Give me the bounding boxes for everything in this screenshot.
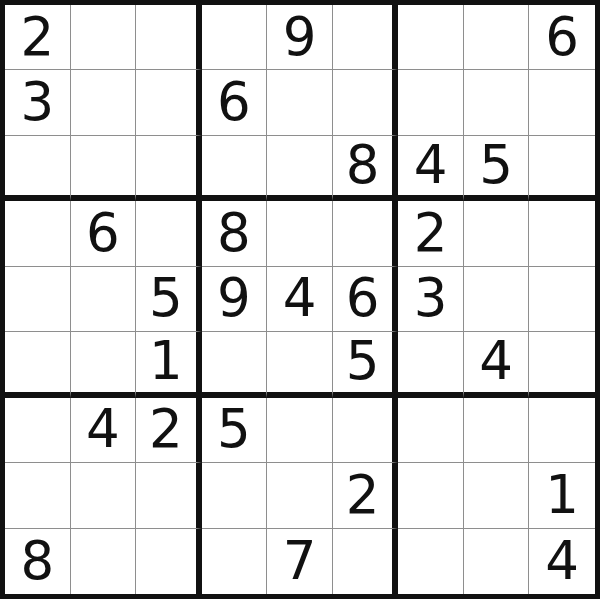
cell-r6c3[interactable]: 1 (136, 332, 202, 397)
given-digit: 2 (20, 10, 54, 63)
cell-r2c6[interactable] (333, 70, 399, 135)
given-digit: 4 (86, 402, 120, 455)
given-digit: 8 (20, 534, 54, 587)
cell-r6c2[interactable] (71, 332, 137, 397)
cell-r7c6[interactable] (333, 398, 399, 463)
given-digit: 9 (217, 271, 251, 324)
cell-r4c8[interactable] (464, 201, 530, 266)
cell-r8c1[interactable] (5, 463, 71, 528)
cell-r4c3[interactable] (136, 201, 202, 266)
cell-r7c8[interactable] (464, 398, 530, 463)
cell-r6c1[interactable] (5, 332, 71, 397)
cell-r9c8[interactable] (464, 529, 530, 594)
cell-r3c7[interactable]: 4 (398, 136, 464, 201)
cell-r9c1[interactable]: 8 (5, 529, 71, 594)
cell-r5c4[interactable]: 9 (202, 267, 268, 332)
given-digit: 3 (414, 271, 448, 324)
cell-r9c4[interactable] (202, 529, 268, 594)
cell-r6c8[interactable]: 4 (464, 332, 530, 397)
given-digit: 3 (20, 75, 54, 128)
cell-r7c2[interactable]: 4 (71, 398, 137, 463)
cell-r3c5[interactable] (267, 136, 333, 201)
given-digit: 6 (217, 75, 251, 128)
given-digit: 4 (414, 138, 448, 191)
given-digit: 1 (545, 468, 579, 521)
cell-r9c9[interactable]: 4 (529, 529, 595, 594)
cell-r9c2[interactable] (71, 529, 137, 594)
cell-r3c4[interactable] (202, 136, 268, 201)
cell-r2c7[interactable] (398, 70, 464, 135)
cell-r7c9[interactable] (529, 398, 595, 463)
cell-r2c9[interactable] (529, 70, 595, 135)
cell-r4c6[interactable] (333, 201, 399, 266)
cell-r5c8[interactable] (464, 267, 530, 332)
given-digit: 4 (479, 334, 513, 387)
cell-r5c9[interactable] (529, 267, 595, 332)
cell-r5c6[interactable]: 6 (333, 267, 399, 332)
cell-r6c6[interactable]: 5 (333, 332, 399, 397)
cell-r6c4[interactable] (202, 332, 268, 397)
cell-r6c5[interactable] (267, 332, 333, 397)
cell-r7c4[interactable]: 5 (202, 398, 268, 463)
cell-r2c8[interactable] (464, 70, 530, 135)
cell-r1c1[interactable]: 2 (5, 5, 71, 70)
cell-r5c7[interactable]: 3 (398, 267, 464, 332)
cell-r4c5[interactable] (267, 201, 333, 266)
cell-r4c7[interactable]: 2 (398, 201, 464, 266)
cell-r3c9[interactable] (529, 136, 595, 201)
cell-r5c3[interactable]: 5 (136, 267, 202, 332)
given-digit: 6 (545, 10, 579, 63)
cell-r2c5[interactable] (267, 70, 333, 135)
given-digit: 2 (414, 206, 448, 259)
cell-r1c2[interactable] (71, 5, 137, 70)
cell-r3c6[interactable]: 8 (333, 136, 399, 201)
given-digit: 2 (149, 402, 183, 455)
given-digit: 6 (86, 206, 120, 259)
given-digit: 9 (283, 10, 317, 63)
cell-r2c2[interactable] (71, 70, 137, 135)
cell-r4c4[interactable]: 8 (202, 201, 268, 266)
cell-r8c2[interactable] (71, 463, 137, 528)
cell-r8c6[interactable]: 2 (333, 463, 399, 528)
cell-r4c9[interactable] (529, 201, 595, 266)
cell-r6c7[interactable] (398, 332, 464, 397)
cell-r1c5[interactable]: 9 (267, 5, 333, 70)
cell-r8c3[interactable] (136, 463, 202, 528)
given-digit: 5 (217, 402, 251, 455)
given-digit: 6 (346, 271, 380, 324)
cell-r3c2[interactable] (71, 136, 137, 201)
given-digit: 5 (479, 138, 513, 191)
cell-r4c2[interactable]: 6 (71, 201, 137, 266)
cell-r7c1[interactable] (5, 398, 71, 463)
given-digit: 1 (149, 334, 183, 387)
cell-r7c3[interactable]: 2 (136, 398, 202, 463)
cell-r7c7[interactable] (398, 398, 464, 463)
cell-r9c5[interactable]: 7 (267, 529, 333, 594)
cell-r9c6[interactable] (333, 529, 399, 594)
cell-r9c3[interactable] (136, 529, 202, 594)
given-digit: 4 (283, 271, 317, 324)
given-digit: 7 (283, 534, 317, 587)
cell-r7c5[interactable] (267, 398, 333, 463)
cell-r1c6[interactable] (333, 5, 399, 70)
cell-r6c9[interactable] (529, 332, 595, 397)
cell-r5c5[interactable]: 4 (267, 267, 333, 332)
cell-r1c8[interactable] (464, 5, 530, 70)
given-digit: 5 (346, 334, 380, 387)
given-digit: 8 (217, 206, 251, 259)
cell-r1c9[interactable]: 6 (529, 5, 595, 70)
cell-r8c5[interactable] (267, 463, 333, 528)
cell-r8c7[interactable] (398, 463, 464, 528)
given-digit: 8 (346, 138, 380, 191)
cell-r1c7[interactable] (398, 5, 464, 70)
cell-r5c1[interactable] (5, 267, 71, 332)
sudoku-board: 296368456825946315442521874 (0, 0, 600, 599)
given-digit: 2 (346, 468, 380, 521)
cell-r8c4[interactable] (202, 463, 268, 528)
cell-r3c8[interactable]: 5 (464, 136, 530, 201)
cell-r4c1[interactable] (5, 201, 71, 266)
cell-r1c3[interactable] (136, 5, 202, 70)
given-digit: 5 (149, 271, 183, 324)
cell-r2c4[interactable]: 6 (202, 70, 268, 135)
given-digit: 4 (545, 534, 579, 587)
cell-r5c2[interactable] (71, 267, 137, 332)
cell-r8c9[interactable]: 1 (529, 463, 595, 528)
cell-r3c3[interactable] (136, 136, 202, 201)
cell-r8c8[interactable] (464, 463, 530, 528)
cell-r9c7[interactable] (398, 529, 464, 594)
cell-r2c1[interactable]: 3 (5, 70, 71, 135)
cell-r1c4[interactable] (202, 5, 268, 70)
cell-r2c3[interactable] (136, 70, 202, 135)
cell-r3c1[interactable] (5, 136, 71, 201)
